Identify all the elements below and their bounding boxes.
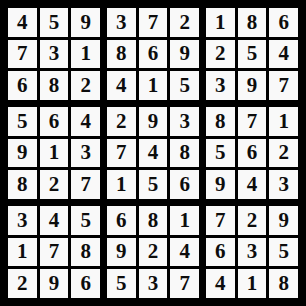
sudoku-cell: 9 [238, 71, 267, 100]
sudoku-cell: 4 [139, 139, 168, 168]
sudoku-cell: 7 [8, 40, 37, 69]
sudoku-cell: 6 [238, 139, 267, 168]
sudoku-cell: 2 [40, 170, 69, 199]
sudoku-cell: 3 [107, 8, 136, 37]
sudoku-cell: 7 [71, 170, 100, 199]
sudoku-cell: 8 [71, 238, 100, 267]
sudoku-cell: 9 [269, 206, 298, 235]
sudoku-cell: 6 [40, 107, 69, 136]
sudoku-cell: 1 [8, 238, 37, 267]
sudoku-cell: 2 [238, 206, 267, 235]
sudoku-cell: 6 [71, 269, 100, 298]
sudoku-cell: 7 [238, 107, 267, 136]
sudoku-cell: 3 [269, 170, 298, 199]
sudoku-cell: 1 [269, 107, 298, 136]
sudoku-cell: 2 [170, 8, 199, 37]
sudoku-cell: 7 [206, 206, 235, 235]
sudoku-cell: 2 [71, 71, 100, 100]
sudoku-board: 4593721867318692546824153975642938719137… [0, 0, 306, 306]
sudoku-cell: 8 [139, 206, 168, 235]
sudoku-cell: 7 [139, 8, 168, 37]
sudoku-cell: 1 [107, 170, 136, 199]
sudoku-cell: 3 [8, 206, 37, 235]
sudoku-cell: 9 [206, 170, 235, 199]
sudoku-cell: 4 [40, 206, 69, 235]
sudoku-cell: 3 [71, 139, 100, 168]
sudoku-cell: 5 [40, 8, 69, 37]
sudoku-cell: 7 [170, 269, 199, 298]
sudoku-cell: 5 [139, 170, 168, 199]
sudoku-cell: 1 [170, 206, 199, 235]
sudoku-cell: 6 [269, 8, 298, 37]
sudoku-cell: 5 [8, 107, 37, 136]
sudoku-cell: 5 [107, 269, 136, 298]
sudoku-cell: 8 [8, 170, 37, 199]
sudoku-cell: 5 [269, 238, 298, 267]
sudoku-cell: 7 [107, 139, 136, 168]
sudoku-cell: 9 [107, 238, 136, 267]
sudoku-cell: 2 [269, 139, 298, 168]
sudoku-cell: 8 [269, 269, 298, 298]
sudoku-cell: 6 [107, 206, 136, 235]
sudoku-cell: 3 [238, 238, 267, 267]
sudoku-cell: 6 [170, 170, 199, 199]
sudoku-cell: 8 [107, 40, 136, 69]
sudoku-cell: 7 [40, 238, 69, 267]
sudoku-cell: 3 [40, 40, 69, 69]
sudoku-cell: 9 [40, 269, 69, 298]
sudoku-cell: 4 [269, 40, 298, 69]
sudoku-cell: 1 [206, 8, 235, 37]
sudoku-cell: 2 [107, 107, 136, 136]
sudoku-cell: 5 [206, 139, 235, 168]
sudoku-cell: 4 [71, 107, 100, 136]
sudoku-cell: 3 [206, 71, 235, 100]
sudoku-cell: 6 [139, 40, 168, 69]
sudoku-cell: 5 [71, 206, 100, 235]
sudoku-cell: 9 [71, 8, 100, 37]
sudoku-cell: 5 [238, 40, 267, 69]
sudoku-cell: 6 [206, 238, 235, 267]
sudoku-cell: 5 [170, 71, 199, 100]
sudoku-cell: 7 [269, 71, 298, 100]
sudoku-cell: 6 [8, 71, 37, 100]
sudoku-cell: 8 [206, 107, 235, 136]
sudoku-cell: 2 [139, 238, 168, 267]
sudoku-cell: 8 [40, 71, 69, 100]
sudoku-cell: 4 [8, 8, 37, 37]
sudoku-cell: 1 [238, 269, 267, 298]
sudoku-cell: 9 [139, 107, 168, 136]
sudoku-cell: 9 [170, 40, 199, 69]
sudoku-cell: 1 [71, 40, 100, 69]
sudoku-cell: 8 [170, 139, 199, 168]
sudoku-cell: 4 [206, 269, 235, 298]
sudoku-cell: 3 [170, 107, 199, 136]
sudoku-cell: 4 [107, 71, 136, 100]
sudoku-cell: 4 [238, 170, 267, 199]
sudoku-cell: 3 [139, 269, 168, 298]
sudoku-cell: 8 [238, 8, 267, 37]
sudoku-cell: 1 [40, 139, 69, 168]
sudoku-cell: 9 [8, 139, 37, 168]
sudoku-cell: 4 [170, 238, 199, 267]
sudoku-cell: 2 [206, 40, 235, 69]
sudoku-cell: 2 [8, 269, 37, 298]
sudoku-cell: 1 [139, 71, 168, 100]
